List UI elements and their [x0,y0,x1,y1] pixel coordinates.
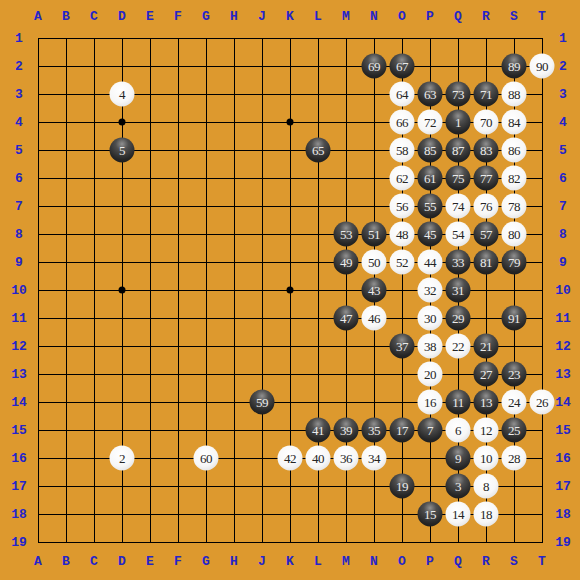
column-label-bottom-t: T [538,554,546,569]
row-label-right-13: 13 [555,367,571,382]
stone-white-p4-move-72[interactable]: 72 [418,110,443,135]
stone-black-n8-move-51[interactable]: 51 [362,222,387,247]
column-label-bottom-o: O [398,554,406,569]
stone-white-n9-move-50[interactable]: 50 [362,250,387,275]
column-label-bottom-s: S [510,554,518,569]
stone-white-n11-move-46[interactable]: 46 [362,306,387,331]
column-label-bottom-k: K [286,554,294,569]
row-label-right-7: 7 [559,199,567,214]
stone-white-s3-move-88[interactable]: 88 [502,82,527,107]
stone-white-q7-move-74[interactable]: 74 [446,194,471,219]
row-label-right-6: 6 [559,171,567,186]
row-label-right-3: 3 [559,87,567,102]
stone-black-m9-move-49[interactable]: 49 [334,250,359,275]
row-label-left-4: 4 [15,115,23,130]
row-label-left-19: 19 [11,535,27,550]
stone-white-r4-move-70[interactable]: 70 [474,110,499,135]
column-label-top-r: R [482,9,490,24]
row-label-right-9: 9 [559,255,567,270]
column-label-bottom-l: L [314,554,322,569]
stone-white-q8-move-54[interactable]: 54 [446,222,471,247]
stone-black-o12-move-37[interactable]: 37 [390,334,415,359]
stone-black-p6-move-61[interactable]: 61 [418,166,443,191]
row-label-right-15: 15 [555,423,571,438]
column-label-bottom-f: F [174,554,182,569]
column-label-top-k: K [286,9,294,24]
column-label-bottom-q: Q [454,554,462,569]
stone-black-o15-move-17[interactable]: 17 [390,418,415,443]
column-label-bottom-c: C [90,554,98,569]
stone-black-m8-move-53[interactable]: 53 [334,222,359,247]
column-label-bottom-p: P [426,554,434,569]
row-label-right-19: 19 [555,535,571,550]
stone-black-p15-move-7[interactable]: 7 [418,418,443,443]
stone-white-t2-move-90[interactable]: 90 [530,54,555,79]
stone-white-m16-move-36[interactable]: 36 [334,446,359,471]
stone-black-q11-move-29[interactable]: 29 [446,306,471,331]
column-label-bottom-b: B [62,554,70,569]
stone-white-r18-move-18[interactable]: 18 [474,502,499,527]
stone-white-s16-move-28[interactable]: 28 [502,446,527,471]
stone-black-n10-move-43[interactable]: 43 [362,278,387,303]
star-point-d4 [119,119,126,126]
stone-white-s5-move-86[interactable]: 86 [502,138,527,163]
row-label-right-12: 12 [555,339,571,354]
stone-white-o3-move-64[interactable]: 64 [390,82,415,107]
row-label-left-11: 11 [11,311,27,326]
stone-black-p7-move-55[interactable]: 55 [418,194,443,219]
stone-white-o5-move-58[interactable]: 58 [390,138,415,163]
stone-black-s2-move-89[interactable]: 89 [502,54,527,79]
stone-white-s4-move-84[interactable]: 84 [502,110,527,135]
stone-white-q15-move-6[interactable]: 6 [446,418,471,443]
stone-white-s14-move-24[interactable]: 24 [502,390,527,415]
row-label-right-4: 4 [559,115,567,130]
stone-white-p10-move-32[interactable]: 32 [418,278,443,303]
stone-black-s11-move-91[interactable]: 91 [502,306,527,331]
stone-black-r6-move-77[interactable]: 77 [474,166,499,191]
stone-black-d5-move-5[interactable]: 5 [110,138,135,163]
stone-black-n2-move-69[interactable]: 69 [362,54,387,79]
row-label-right-17: 17 [555,479,571,494]
stone-black-r14-move-13[interactable]: 13 [474,390,499,415]
stone-white-p12-move-38[interactable]: 38 [418,334,443,359]
stone-white-p14-move-16[interactable]: 16 [418,390,443,415]
stone-white-r16-move-10[interactable]: 10 [474,446,499,471]
column-label-top-t: T [538,9,546,24]
stone-black-m11-move-47[interactable]: 47 [334,306,359,331]
column-label-bottom-n: N [370,554,378,569]
column-label-top-s: S [510,9,518,24]
star-point-k10 [287,287,294,294]
star-point-d10 [119,287,126,294]
column-label-top-p: P [426,9,434,24]
stone-black-m15-move-39[interactable]: 39 [334,418,359,443]
stone-black-p5-move-85[interactable]: 85 [418,138,443,163]
stone-white-s6-move-82[interactable]: 82 [502,166,527,191]
star-point-k4 [287,119,294,126]
stone-black-o2-move-67[interactable]: 67 [390,54,415,79]
stone-black-s9-move-79[interactable]: 79 [502,250,527,275]
stone-black-p8-move-45[interactable]: 45 [418,222,443,247]
column-label-top-o: O [398,9,406,24]
row-label-right-1: 1 [559,31,567,46]
row-label-left-9: 9 [15,255,23,270]
stone-white-s7-move-78[interactable]: 78 [502,194,527,219]
stone-white-k16-move-42[interactable]: 42 [278,446,303,471]
column-label-top-h: H [230,9,238,24]
stone-black-l5-move-65[interactable]: 65 [306,138,331,163]
row-label-right-2: 2 [559,59,567,74]
column-label-top-j: J [258,9,266,24]
stone-black-s15-move-25[interactable]: 25 [502,418,527,443]
stone-black-q17-move-3[interactable]: 3 [446,474,471,499]
row-label-left-1: 1 [15,31,23,46]
column-label-top-c: C [90,9,98,24]
row-label-left-12: 12 [11,339,27,354]
stone-black-q6-move-75[interactable]: 75 [446,166,471,191]
row-label-right-14: 14 [555,395,571,410]
row-label-right-8: 8 [559,227,567,242]
column-label-bottom-a: A [34,554,42,569]
stone-white-o7-move-56[interactable]: 56 [390,194,415,219]
stone-black-q14-move-11[interactable]: 11 [446,390,471,415]
row-label-left-15: 15 [11,423,27,438]
row-label-left-7: 7 [15,199,23,214]
stone-black-q5-move-87[interactable]: 87 [446,138,471,163]
column-label-top-n: N [370,9,378,24]
row-label-left-16: 16 [11,451,27,466]
stone-white-o8-move-48[interactable]: 48 [390,222,415,247]
column-label-bottom-d: D [118,554,126,569]
row-label-left-18: 18 [11,507,27,522]
stone-white-r17-move-8[interactable]: 8 [474,474,499,499]
stone-black-n15-move-35[interactable]: 35 [362,418,387,443]
row-label-left-8: 8 [15,227,23,242]
column-label-top-f: F [174,9,182,24]
stone-black-r8-move-57[interactable]: 57 [474,222,499,247]
stone-black-o17-move-19[interactable]: 19 [390,474,415,499]
stone-white-d16-move-2[interactable]: 2 [110,446,135,471]
stone-white-q12-move-22[interactable]: 22 [446,334,471,359]
stone-black-q16-move-9[interactable]: 9 [446,446,471,471]
stone-black-r9-move-81[interactable]: 81 [474,250,499,275]
stone-black-r13-move-27[interactable]: 27 [474,362,499,387]
column-label-bottom-h: H [230,554,238,569]
column-label-top-b: B [62,9,70,24]
stone-white-d3-move-4[interactable]: 4 [110,82,135,107]
row-label-left-6: 6 [15,171,23,186]
row-label-right-11: 11 [555,311,571,326]
row-label-right-16: 16 [555,451,571,466]
row-label-left-10: 10 [11,283,27,298]
stone-white-r15-move-12[interactable]: 12 [474,418,499,443]
stone-black-q3-move-73[interactable]: 73 [446,82,471,107]
stone-white-p13-move-20[interactable]: 20 [418,362,443,387]
column-label-top-e: E [146,9,154,24]
row-label-right-5: 5 [559,143,567,158]
column-label-top-a: A [34,9,42,24]
stone-white-t14-move-26[interactable]: 26 [530,390,555,415]
stone-black-q9-move-33[interactable]: 33 [446,250,471,275]
stone-black-p3-move-63[interactable]: 63 [418,82,443,107]
row-label-left-2: 2 [15,59,23,74]
stone-black-r3-move-71[interactable]: 71 [474,82,499,107]
stone-black-j14-move-59[interactable]: 59 [250,390,275,415]
column-label-bottom-r: R [482,554,490,569]
stone-black-q4-move-1[interactable]: 1 [446,110,471,135]
row-label-right-10: 10 [555,283,571,298]
stone-black-p18-move-15[interactable]: 15 [418,502,443,527]
column-label-bottom-e: E [146,554,154,569]
column-label-top-g: G [202,9,210,24]
row-label-left-14: 14 [11,395,27,410]
stone-white-p9-move-44[interactable]: 44 [418,250,443,275]
row-label-right-18: 18 [555,507,571,522]
stone-white-r7-move-76[interactable]: 76 [474,194,499,219]
column-label-top-d: D [118,9,126,24]
stone-white-o4-move-66[interactable]: 66 [390,110,415,135]
stone-black-l15-move-41[interactable]: 41 [306,418,331,443]
stone-white-g16-move-60[interactable]: 60 [194,446,219,471]
row-label-left-3: 3 [15,87,23,102]
stone-white-n16-move-34[interactable]: 34 [362,446,387,471]
column-label-bottom-g: G [202,554,210,569]
stone-white-q18-move-14[interactable]: 14 [446,502,471,527]
stone-white-l16-move-40[interactable]: 40 [306,446,331,471]
row-label-left-5: 5 [15,143,23,158]
stone-white-o9-move-52[interactable]: 52 [390,250,415,275]
stone-black-q10-move-31[interactable]: 31 [446,278,471,303]
row-label-left-17: 17 [11,479,27,494]
column-label-bottom-j: J [258,554,266,569]
go-board[interactable]: AABBCCDDEEFFGGHHJJKKLLMMNNOOPPQQRRSSTT11… [0,0,580,580]
column-label-top-l: L [314,9,322,24]
stone-black-r5-move-83[interactable]: 83 [474,138,499,163]
stone-white-s8-move-80[interactable]: 80 [502,222,527,247]
row-label-left-13: 13 [11,367,27,382]
stone-black-s13-move-23[interactable]: 23 [502,362,527,387]
column-label-bottom-m: M [342,554,350,569]
stone-white-o6-move-62[interactable]: 62 [390,166,415,191]
stone-white-p11-move-30[interactable]: 30 [418,306,443,331]
column-label-top-q: Q [454,9,462,24]
column-label-top-m: M [342,9,350,24]
stone-black-r12-move-21[interactable]: 21 [474,334,499,359]
